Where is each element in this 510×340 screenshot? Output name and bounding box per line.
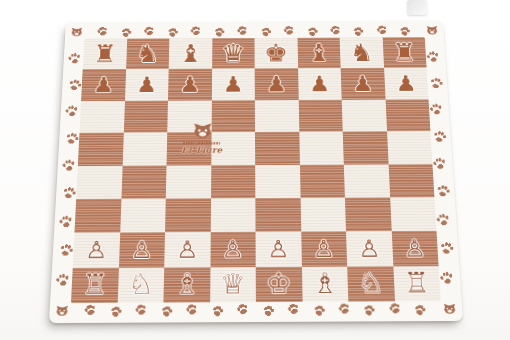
paw-print-icon — [364, 304, 376, 316]
square-c5[interactable] — [167, 132, 212, 165]
square-d8[interactable]: ♛ — [212, 38, 255, 69]
square-a7[interactable]: ♟ — [81, 69, 126, 101]
paw-print-icon — [110, 306, 123, 318]
piece-black-pawn[interactable]: ♟ — [352, 73, 374, 95]
square-g8[interactable]: ♞ — [340, 37, 384, 68]
paw-print-icon — [58, 243, 74, 259]
piece-white-pawn[interactable]: ♙ — [313, 237, 336, 261]
piece-white-pawn[interactable]: ♙ — [267, 237, 289, 261]
tiger-face-icon — [441, 301, 459, 317]
piece-black-pawn[interactable]: ♟ — [136, 74, 157, 96]
piece-black-pawn[interactable]: ♟ — [266, 73, 287, 95]
square-b1[interactable]: ♘ — [117, 267, 164, 303]
piece-white-rook[interactable]: ♖ — [81, 271, 108, 299]
square-h8[interactable]: ♜ — [382, 37, 426, 68]
tiger-face-icon — [53, 303, 71, 319]
photo-background: ♜♞♝♛♚♝♞♜♟♟♟♟♟♟♟♟♙♙♙♙♙♙♙♙♖♘♗♕♔♗♘♖ El Tigr… — [0, 0, 510, 340]
piece-black-bishop[interactable]: ♝ — [307, 41, 332, 66]
piece-white-pawn[interactable]: ♙ — [85, 238, 108, 262]
square-e8[interactable]: ♚ — [255, 38, 298, 69]
piece-white-king[interactable]: ♔ — [266, 270, 292, 298]
square-g2[interactable]: ♙ — [346, 231, 393, 266]
paw-print-icon — [376, 25, 388, 36]
paw-print-icon — [97, 26, 108, 37]
square-e3[interactable] — [255, 198, 300, 232]
square-c1[interactable]: ♗ — [163, 267, 210, 303]
paw-print-icon — [190, 25, 202, 36]
square-h2[interactable]: ♙ — [391, 231, 438, 266]
paw-print-icon — [237, 25, 249, 36]
paw-print-icon — [400, 26, 411, 36]
paw-print-icon — [307, 27, 318, 37]
paw-print-icon — [338, 302, 351, 315]
paw-print-icon — [353, 26, 364, 36]
square-f4[interactable] — [299, 164, 344, 198]
paw-print-icon — [439, 241, 455, 257]
piece-black-rook[interactable]: ♜ — [392, 40, 417, 65]
square-h6[interactable] — [385, 99, 430, 131]
square-e2[interactable]: ♙ — [256, 232, 302, 267]
square-b3[interactable] — [120, 198, 166, 232]
piece-white-pawn[interactable]: ♙ — [358, 237, 381, 261]
square-f5[interactable] — [299, 132, 344, 165]
square-g5[interactable] — [343, 131, 388, 164]
piece-white-pawn[interactable]: ♙ — [222, 237, 244, 261]
square-d6[interactable] — [211, 100, 255, 132]
square-h5[interactable] — [387, 131, 433, 164]
paw-print-icon — [120, 28, 132, 38]
paw-print-icon — [211, 305, 223, 317]
paw-print-icon — [313, 305, 325, 317]
square-f3[interactable] — [300, 197, 346, 231]
paw-print-icon — [287, 303, 300, 316]
square-c4[interactable] — [166, 165, 211, 199]
piece-black-pawn[interactable]: ♟ — [179, 74, 200, 96]
piece-black-queen[interactable]: ♛ — [221, 41, 245, 66]
paw-print-icon — [329, 25, 341, 36]
piece-black-pawn[interactable]: ♟ — [223, 74, 244, 96]
square-c6[interactable] — [167, 100, 211, 132]
square-e5[interactable] — [255, 132, 299, 165]
paw-print-icon — [260, 27, 271, 37]
square-a6[interactable] — [79, 101, 124, 133]
square-c7[interactable]: ♟ — [168, 69, 212, 101]
square-d7[interactable]: ♟ — [211, 69, 254, 101]
piece-black-pawn[interactable]: ♟ — [93, 74, 115, 96]
square-d1[interactable]: ♕ — [210, 267, 256, 303]
board-area: ♜♞♝♛♚♝♞♜♟♟♟♟♟♟♟♟♙♙♙♙♙♙♙♙♖♘♗♕♔♗♘♖ El Tigr… — [71, 37, 441, 303]
paw-print-icon — [186, 303, 199, 316]
piece-white-pawn[interactable]: ♙ — [130, 238, 153, 262]
paw-print-icon — [65, 105, 79, 119]
paw-print-icon — [436, 184, 451, 199]
paw-print-icon — [84, 304, 97, 317]
square-c3[interactable] — [165, 198, 211, 232]
paw-print-icon — [161, 305, 173, 317]
paw-print-icon — [62, 159, 77, 173]
square-e4[interactable] — [255, 164, 300, 198]
piece-white-knight[interactable]: ♘ — [128, 271, 155, 299]
piece-black-rook[interactable]: ♜ — [92, 42, 117, 67]
square-a1[interactable]: ♖ — [71, 267, 119, 303]
chess-board: ♜♞♝♛♚♝♞♜♟♟♟♟♟♟♟♟♙♙♙♙♙♙♙♙♖♘♗♕♔♗♘♖ — [71, 37, 441, 303]
paw-print-icon — [214, 27, 225, 37]
square-b7[interactable]: ♟ — [125, 69, 169, 101]
piece-black-knight[interactable]: ♞ — [135, 42, 160, 67]
square-b5[interactable] — [122, 132, 167, 165]
paw-print-icon — [67, 78, 83, 92]
paw-print-icon — [64, 131, 80, 146]
piece-black-pawn[interactable]: ♟ — [309, 73, 330, 95]
square-e6[interactable] — [255, 100, 299, 132]
piece-white-pawn[interactable]: ♙ — [403, 236, 426, 260]
square-d2[interactable]: ♙ — [210, 232, 256, 267]
paw-print-icon — [414, 304, 426, 316]
paw-print-icon — [283, 25, 295, 36]
piece-white-queen[interactable]: ♕ — [220, 270, 246, 298]
paw-border-bottom — [70, 301, 442, 319]
paw-print-icon — [144, 26, 156, 37]
piece-white-knight[interactable]: ♘ — [357, 270, 384, 298]
square-e1[interactable]: ♔ — [256, 266, 302, 302]
piece-white-pawn[interactable]: ♙ — [176, 238, 198, 262]
piece-black-pawn[interactable]: ♟ — [395, 73, 417, 95]
square-a3[interactable] — [74, 199, 121, 233]
square-f8[interactable]: ♝ — [297, 38, 341, 69]
square-g6[interactable] — [342, 99, 387, 131]
square-g3[interactable] — [345, 197, 391, 231]
plastic-corner-clip — [407, 0, 427, 15]
square-g7[interactable]: ♟ — [341, 68, 385, 100]
square-g1[interactable]: ♘ — [347, 266, 394, 302]
square-a8[interactable]: ♜ — [83, 39, 127, 70]
square-h1[interactable]: ♖ — [393, 266, 441, 302]
paw-print-icon — [429, 76, 444, 90]
piece-white-bishop[interactable]: ♗ — [312, 270, 338, 298]
tiger-face-icon — [69, 25, 85, 38]
piece-white-bishop[interactable]: ♗ — [174, 271, 200, 299]
square-h7[interactable]: ♟ — [384, 68, 429, 100]
piece-black-bishop[interactable]: ♝ — [178, 41, 202, 66]
square-h3[interactable] — [390, 197, 437, 231]
paw-print-icon — [388, 302, 401, 315]
paw-print-icon — [55, 272, 70, 287]
square-h4[interactable] — [388, 164, 434, 198]
paw-print-icon — [262, 305, 274, 317]
piece-black-king[interactable]: ♚ — [264, 41, 288, 66]
paw-print-icon — [429, 103, 444, 117]
square-c2[interactable]: ♙ — [164, 232, 210, 267]
paw-print-icon — [135, 303, 148, 316]
piece-black-knight[interactable]: ♞ — [349, 41, 374, 66]
chess-mat: ♜♞♝♛♚♝♞♜♟♟♟♟♟♟♟♟♙♙♙♙♙♙♙♙♖♘♗♕♔♗♘♖ El Tigr… — [49, 20, 463, 323]
square-b6[interactable] — [123, 100, 168, 132]
square-f1[interactable]: ♗ — [301, 266, 348, 302]
square-a4[interactable] — [76, 165, 122, 199]
square-b4[interactable] — [121, 165, 167, 199]
paw-print-icon — [61, 186, 77, 201]
square-d3[interactable] — [210, 198, 255, 232]
square-d4[interactable] — [211, 165, 256, 199]
square-g4[interactable] — [344, 164, 390, 198]
square-e7[interactable]: ♟ — [255, 68, 299, 100]
paw-print-icon — [432, 157, 448, 171]
paw-print-icon — [236, 303, 249, 316]
square-f6[interactable] — [298, 100, 342, 132]
paw-print-icon — [58, 214, 73, 229]
square-f2[interactable]: ♙ — [301, 231, 347, 266]
paw-print-icon — [167, 27, 178, 37]
square-d5[interactable] — [211, 132, 255, 165]
paw-print-icon — [439, 270, 455, 285]
paw-print-icon — [67, 52, 81, 65]
paw-print-icon — [425, 51, 440, 64]
square-b2[interactable]: ♙ — [118, 232, 165, 267]
square-a5[interactable] — [78, 133, 124, 166]
square-f7[interactable]: ♟ — [298, 68, 342, 100]
paw-print-icon — [435, 213, 451, 228]
tiger-face-icon — [424, 24, 440, 37]
piece-white-rook[interactable]: ♖ — [403, 269, 430, 297]
square-b8[interactable]: ♞ — [126, 38, 170, 69]
square-a2[interactable]: ♙ — [73, 233, 120, 268]
paw-print-icon — [432, 129, 447, 144]
square-c8[interactable]: ♝ — [169, 38, 212, 69]
